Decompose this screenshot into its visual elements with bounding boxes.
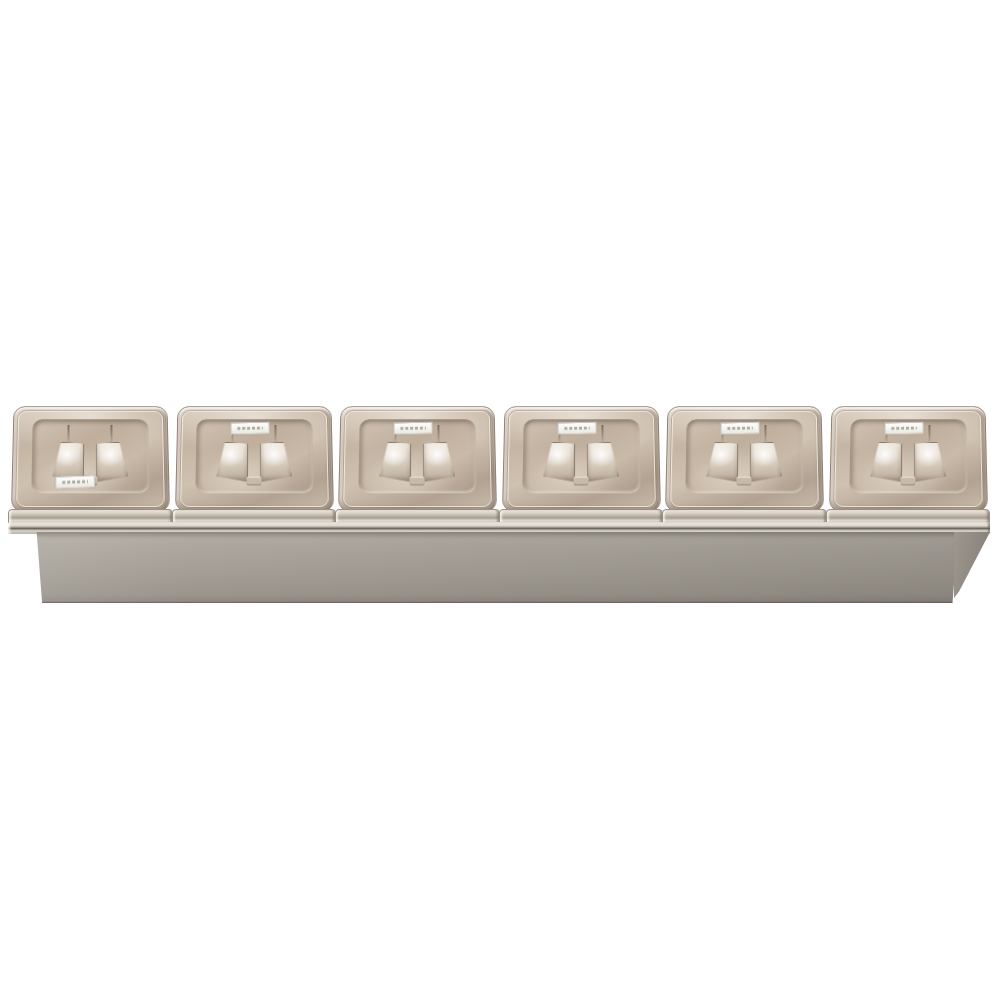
handle-stem-right (274, 425, 276, 442)
handle-bridge (900, 476, 915, 485)
handle-tab-left (380, 442, 412, 482)
handle-tab-right (260, 442, 292, 482)
pan-lid (829, 406, 988, 512)
handle-stem-left (68, 425, 70, 442)
lid-recess (31, 419, 149, 493)
handle-tab-right (96, 442, 128, 482)
lid-handle (375, 432, 460, 486)
lid-recess (849, 419, 967, 493)
handle-bridge (737, 476, 752, 485)
pan-4 (501, 402, 662, 526)
pan-lid (665, 406, 824, 512)
condiment-unit (8, 402, 990, 604)
handle-bridge (410, 476, 425, 485)
handle-tab-right (914, 442, 946, 482)
pan-lid (338, 406, 497, 512)
lid-recess (358, 419, 476, 493)
handle-tab-left (870, 442, 902, 482)
pan-1 (10, 402, 171, 526)
pan-lid (175, 406, 334, 512)
handle-bridge (573, 476, 588, 485)
lid-handle (211, 432, 296, 486)
handle-stem-right (601, 425, 603, 442)
handle-bridge (246, 476, 261, 485)
label-sticker (55, 475, 95, 489)
label-sticker (394, 422, 433, 435)
product-photo (0, 0, 1000, 1000)
handle-stem-right (928, 425, 930, 442)
handle-stem-right (438, 425, 440, 442)
pan-lid (11, 406, 170, 512)
lid-handle (702, 432, 787, 486)
base-front (32, 532, 958, 603)
pan-5 (664, 402, 825, 526)
pan-6 (828, 402, 989, 526)
handle-tab-right (423, 442, 455, 482)
label-sticker (557, 422, 596, 435)
pans-row (10, 402, 988, 526)
pan-lid (502, 406, 661, 512)
base-side-right (954, 532, 990, 598)
pan-2 (174, 402, 335, 526)
lid-recess (522, 419, 640, 493)
lid-handle (538, 432, 623, 486)
handle-tab-left (543, 442, 575, 482)
handle-stem-right (765, 425, 767, 442)
handle-tab-left (216, 442, 248, 482)
lid-handle (865, 432, 950, 486)
handle-stem-right (111, 425, 113, 442)
handle-tab-right (587, 442, 619, 482)
pan-3 (337, 402, 498, 526)
handle-tab-left (707, 442, 739, 482)
label-sticker (230, 422, 269, 435)
handle-tab-right (750, 442, 782, 482)
label-sticker (884, 422, 923, 435)
lid-recess (685, 419, 803, 493)
label-sticker (721, 422, 760, 435)
lid-recess (195, 419, 313, 493)
